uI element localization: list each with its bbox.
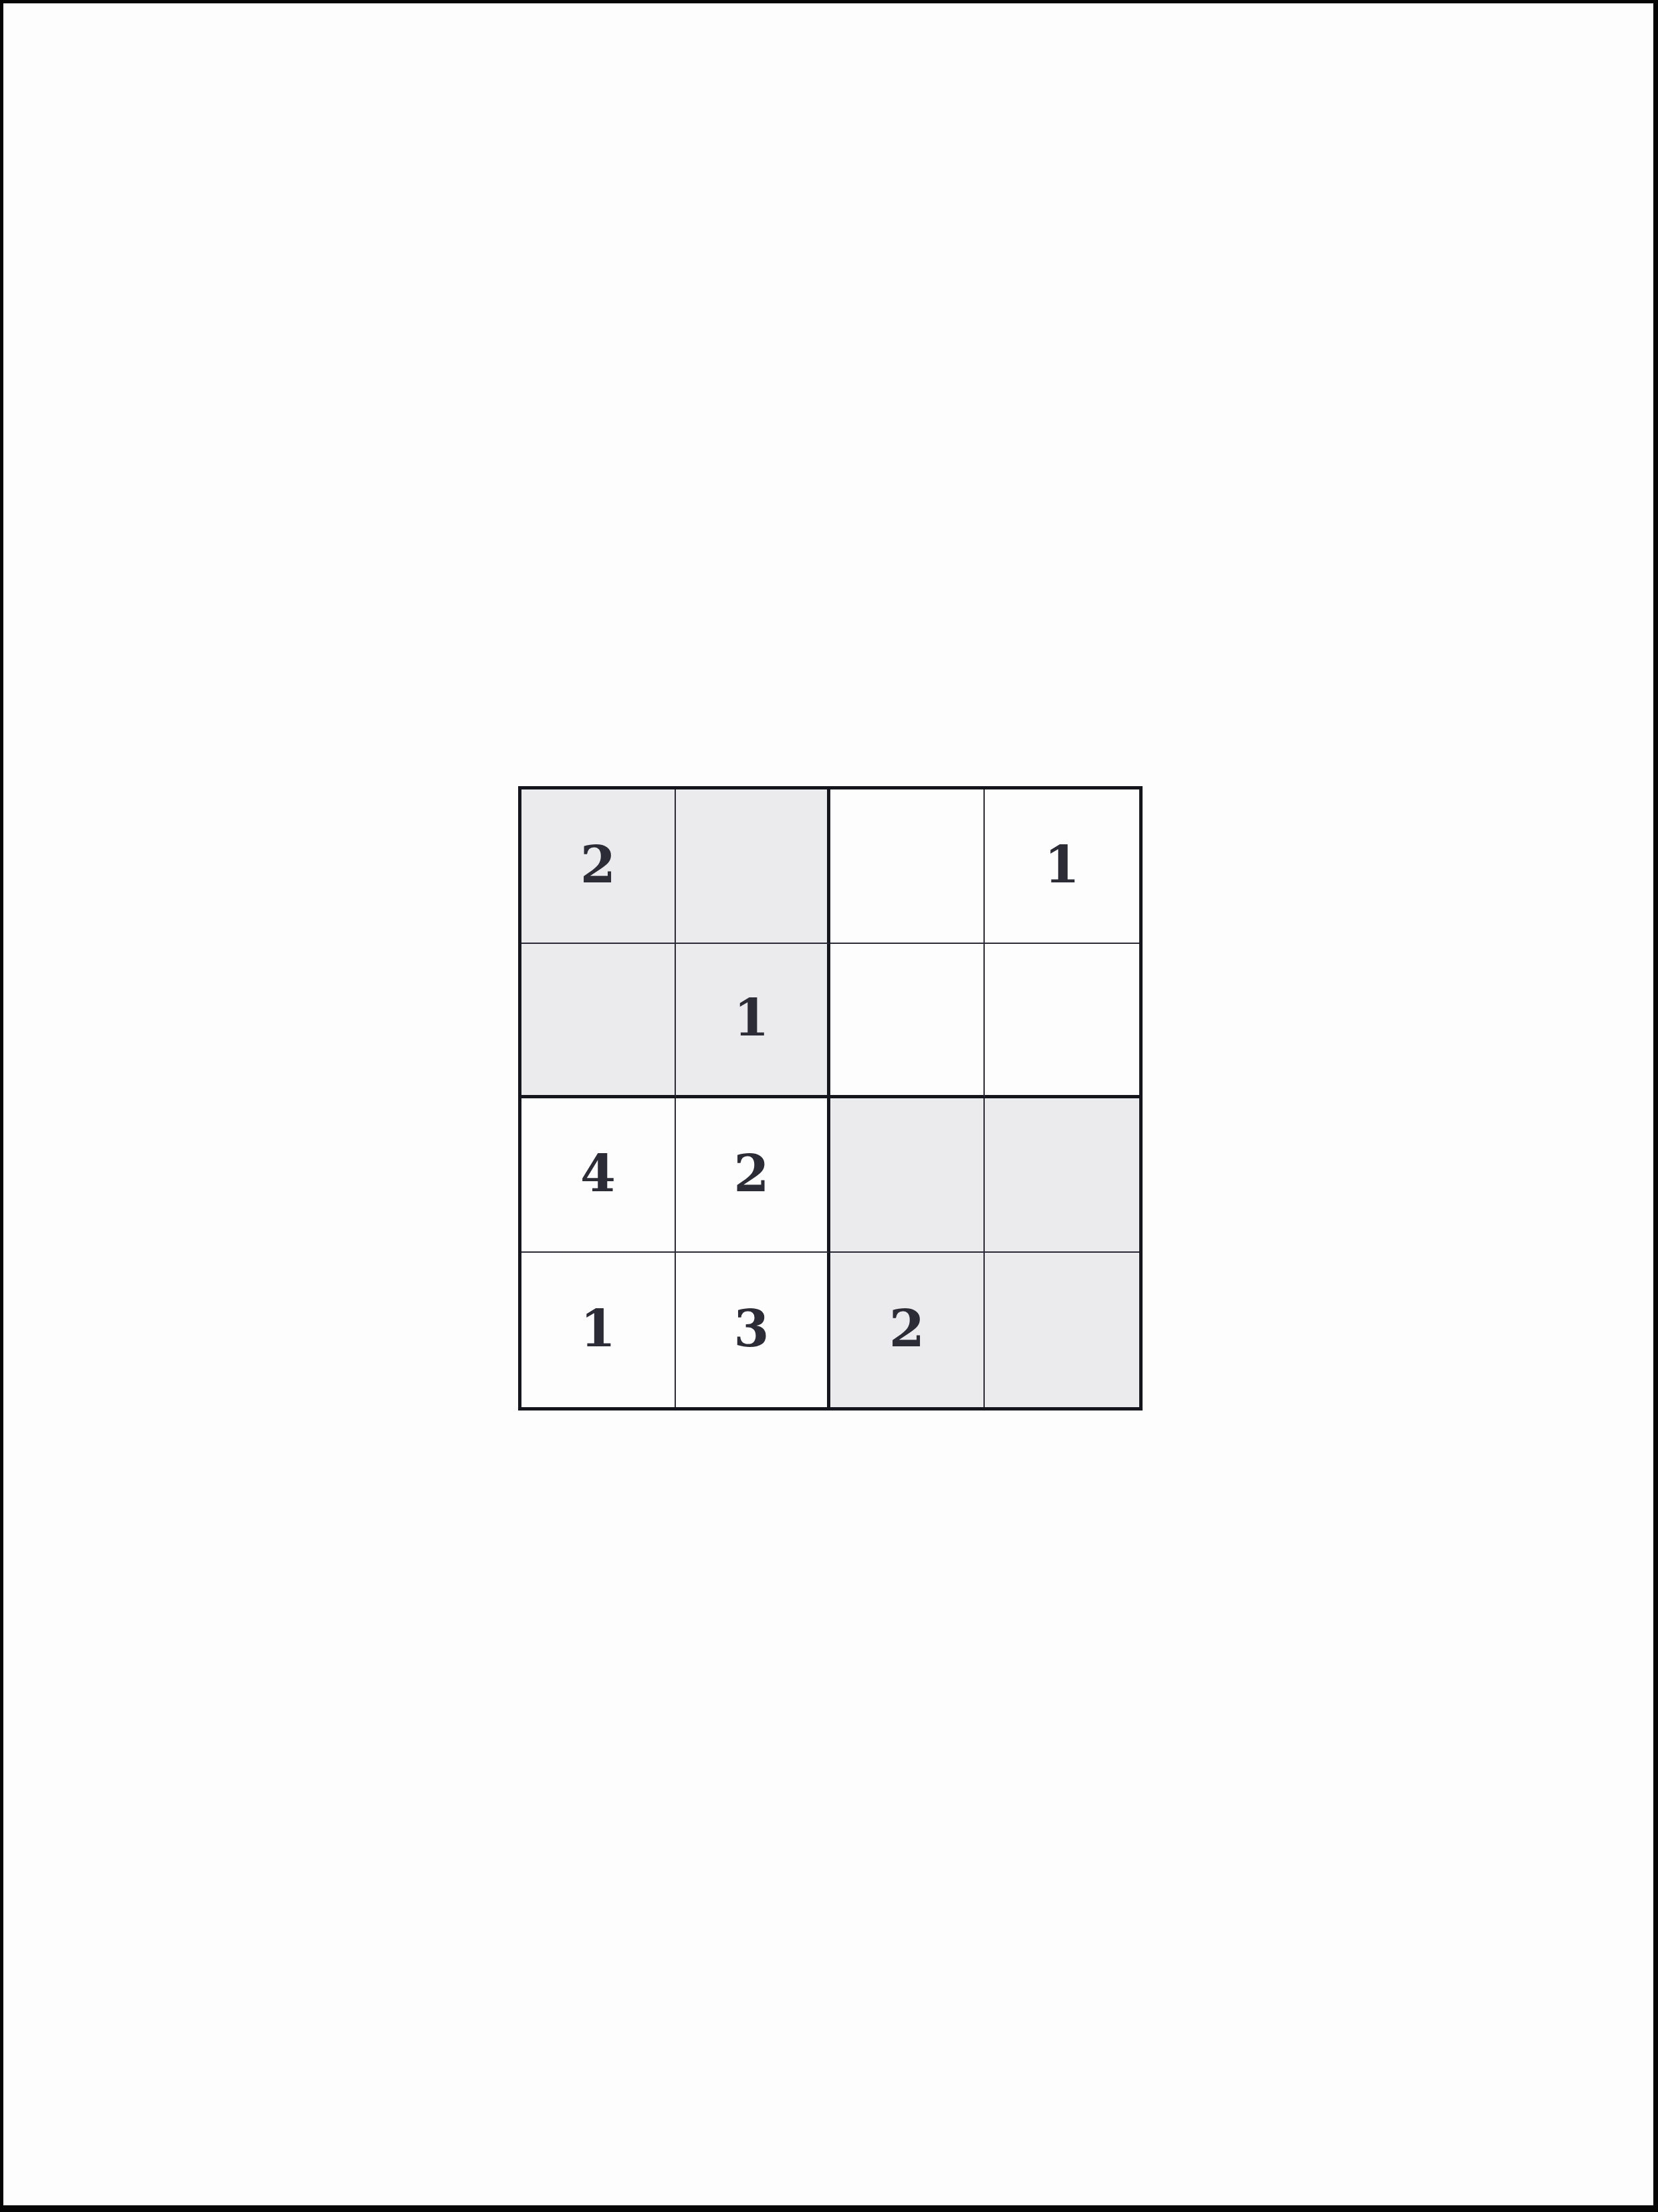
worksheet-page: 2 1 1 4 2 1 3 2 — [0, 0, 1658, 2212]
cell-r1c4[interactable]: 1 — [985, 789, 1139, 944]
cell-r4c2[interactable]: 3 — [676, 1253, 830, 1407]
cell-r2c4[interactable] — [985, 944, 1139, 1098]
given-digit: 4 — [580, 1148, 616, 1199]
cell-r3c4[interactable] — [985, 1098, 1139, 1253]
given-digit: 2 — [734, 1148, 769, 1199]
cell-r1c2[interactable] — [676, 789, 830, 944]
given-digit: 3 — [734, 1304, 769, 1354]
cell-r2c2[interactable]: 1 — [676, 944, 830, 1098]
cell-r1c1[interactable]: 2 — [521, 789, 676, 944]
cell-r1c3[interactable] — [830, 789, 985, 944]
given-digit: 2 — [580, 840, 616, 890]
cell-r3c2[interactable]: 2 — [676, 1098, 830, 1253]
cell-r2c3[interactable] — [830, 944, 985, 1098]
sudoku-board: 2 1 1 4 2 1 3 2 — [518, 786, 1143, 1410]
given-digit: 1 — [1044, 840, 1080, 890]
cell-r2c1[interactable] — [521, 944, 676, 1098]
cell-r3c3[interactable] — [830, 1098, 985, 1253]
cell-r4c4[interactable] — [985, 1253, 1139, 1407]
given-digit: 1 — [580, 1304, 616, 1354]
cell-r4c3[interactable]: 2 — [830, 1253, 985, 1407]
given-digit: 2 — [889, 1304, 925, 1354]
cell-r3c1[interactable]: 4 — [521, 1098, 676, 1253]
given-digit: 1 — [734, 993, 769, 1043]
cell-r4c1[interactable]: 1 — [521, 1253, 676, 1407]
